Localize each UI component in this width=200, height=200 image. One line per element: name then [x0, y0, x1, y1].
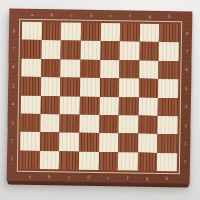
rank-label-5-left: 5	[9, 77, 17, 95]
square-d1	[79, 151, 99, 170]
square-d4	[80, 96, 100, 115]
square-b6	[41, 59, 61, 78]
file-label-c-bottom: c	[59, 172, 79, 181]
rank-label-1-right: 1	[181, 153, 189, 171]
square-b8	[41, 22, 61, 41]
file-label-h-bottom: h	[157, 174, 177, 183]
square-b2	[40, 132, 60, 151]
square-a4	[21, 95, 41, 114]
square-h6	[159, 61, 179, 80]
square-c1	[59, 151, 79, 170]
square-b1	[39, 151, 59, 170]
square-h4	[158, 97, 178, 116]
square-g6	[139, 60, 159, 79]
board-grid	[20, 22, 179, 171]
square-e1	[98, 152, 118, 171]
square-f2	[118, 134, 138, 153]
square-c5	[60, 78, 80, 97]
rank-label-2-left: 2	[8, 132, 16, 150]
square-b7	[41, 40, 61, 59]
square-d2	[79, 133, 99, 152]
file-label-g-bottom: g	[137, 174, 157, 183]
square-a6	[21, 59, 41, 78]
square-b3	[40, 114, 60, 133]
square-e7	[100, 41, 120, 60]
file-label-d-bottom: d	[79, 173, 99, 182]
square-h5	[158, 79, 178, 98]
rank-label-8-right: 8	[183, 24, 191, 42]
rank-label-3-right: 3	[181, 116, 189, 134]
rank-labels-right: 87654321	[181, 24, 191, 171]
square-h2	[158, 134, 178, 153]
square-b5	[41, 77, 61, 96]
rank-label-7-left: 7	[10, 40, 18, 58]
square-e5	[100, 78, 120, 97]
maple-inlay-line	[17, 19, 182, 175]
square-f7	[120, 42, 140, 61]
file-label-f-bottom: f	[118, 173, 138, 182]
square-d7	[80, 41, 100, 60]
square-e2	[99, 133, 119, 152]
square-e3	[99, 115, 119, 134]
square-f1	[118, 152, 138, 171]
square-e6	[100, 60, 120, 79]
file-label-b-bottom: b	[39, 172, 59, 181]
square-h7	[159, 42, 179, 61]
square-c4	[60, 96, 80, 115]
square-f6	[119, 60, 139, 79]
file-label-e-bottom: e	[98, 173, 118, 182]
square-g7	[139, 42, 159, 61]
file-label-a-top: a	[22, 10, 42, 19]
square-f3	[119, 115, 139, 134]
square-f8	[120, 23, 140, 42]
square-g2	[138, 134, 158, 153]
square-e8	[100, 23, 120, 42]
square-c8	[61, 22, 81, 41]
square-g5	[139, 79, 159, 98]
square-d3	[79, 115, 99, 134]
rank-label-5-right: 5	[182, 79, 190, 97]
rank-label-1-left: 1	[8, 150, 16, 168]
rank-label-4-right: 4	[182, 98, 190, 116]
square-d8	[81, 23, 101, 42]
rank-label-2-right: 2	[181, 135, 189, 153]
rank-label-3-left: 3	[8, 113, 16, 131]
square-a5	[21, 77, 41, 96]
file-label-g-top: g	[140, 12, 160, 21]
file-label-c-top: c	[61, 10, 81, 19]
chess-board: abcdefgh abcdefgh 87654321 87654321	[7, 9, 193, 185]
square-a1	[20, 150, 40, 169]
square-a7	[22, 40, 42, 59]
square-f4	[119, 97, 139, 116]
square-c7	[61, 41, 81, 60]
square-b4	[40, 96, 60, 115]
rank-label-6-left: 6	[9, 58, 17, 76]
file-label-d-top: d	[81, 11, 101, 20]
square-g4	[138, 97, 158, 116]
rank-label-4-left: 4	[9, 95, 17, 113]
rank-label-6-right: 6	[182, 61, 190, 79]
square-g1	[138, 152, 158, 171]
rank-label-7-right: 7	[183, 43, 191, 61]
photo-background: abcdefgh abcdefgh 87654321 87654321	[0, 0, 200, 200]
square-h1	[157, 153, 177, 172]
rank-label-8-left: 8	[10, 22, 18, 40]
square-a8	[22, 22, 42, 41]
square-a2	[20, 132, 40, 151]
file-label-h-top: h	[160, 12, 180, 21]
square-d5	[80, 78, 100, 97]
square-e4	[99, 97, 119, 116]
square-f5	[119, 78, 139, 97]
file-label-e-top: e	[101, 11, 121, 20]
file-label-b-top: b	[42, 10, 62, 19]
square-h3	[158, 116, 178, 135]
square-h8	[159, 24, 179, 43]
square-g8	[140, 24, 160, 43]
square-a3	[20, 114, 40, 133]
square-g3	[138, 115, 158, 134]
file-label-f-top: f	[120, 11, 140, 20]
square-c2	[59, 133, 79, 152]
square-d6	[80, 59, 100, 78]
square-c6	[61, 59, 81, 78]
square-c3	[60, 114, 80, 133]
file-label-a-bottom: a	[20, 172, 40, 181]
